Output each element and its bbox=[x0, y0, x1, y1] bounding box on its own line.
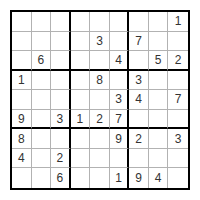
cell-r3c7[interactable] bbox=[129, 51, 149, 71]
cell-r7c7[interactable]: 2 bbox=[129, 129, 149, 149]
cell-r8c7[interactable] bbox=[129, 149, 149, 169]
cell-r3c3[interactable] bbox=[51, 51, 71, 71]
cell-r6c1[interactable]: 9 bbox=[12, 110, 32, 130]
given-digit: 4 bbox=[115, 54, 122, 66]
cell-r3c5[interactable] bbox=[90, 51, 110, 71]
cell-r6c4[interactable]: 1 bbox=[71, 110, 91, 130]
cell-r2c7[interactable]: 7 bbox=[129, 32, 149, 52]
cell-r8c5[interactable] bbox=[90, 149, 110, 169]
cell-r5c5[interactable] bbox=[90, 90, 110, 110]
cell-r4c2[interactable] bbox=[32, 71, 52, 91]
cell-r3c9[interactable]: 2 bbox=[168, 51, 188, 71]
cell-r7c2[interactable] bbox=[32, 129, 52, 149]
cell-r6c3[interactable]: 3 bbox=[51, 110, 71, 130]
cell-r5c9[interactable]: 7 bbox=[168, 90, 188, 110]
sudoku-board: © LiveSudoku.com 13764521833479312789234… bbox=[10, 10, 190, 190]
given-digit: 5 bbox=[155, 54, 162, 66]
given-digit: 4 bbox=[135, 93, 142, 105]
given-digit: 3 bbox=[135, 74, 142, 86]
given-digit: 3 bbox=[175, 133, 182, 145]
cell-r9c8[interactable]: 4 bbox=[149, 168, 169, 188]
given-digit: 7 bbox=[175, 93, 182, 105]
cell-r7c5[interactable] bbox=[90, 129, 110, 149]
cell-r2c1[interactable] bbox=[12, 32, 32, 52]
cell-r1c8[interactable] bbox=[149, 12, 169, 32]
cell-r5c4[interactable] bbox=[71, 90, 91, 110]
given-digit: 6 bbox=[37, 54, 44, 66]
cell-r4c6[interactable] bbox=[110, 71, 130, 91]
cell-r8c4[interactable] bbox=[71, 149, 91, 169]
cell-r2c8[interactable] bbox=[149, 32, 169, 52]
cell-r1c6[interactable] bbox=[110, 12, 130, 32]
given-digit: 4 bbox=[18, 152, 25, 164]
given-digit: 9 bbox=[115, 133, 122, 145]
cell-r1c5[interactable] bbox=[90, 12, 110, 32]
cell-r4c7[interactable]: 3 bbox=[129, 71, 149, 91]
given-digit: 2 bbox=[57, 152, 64, 164]
cell-r5c6[interactable]: 3 bbox=[110, 90, 130, 110]
cell-r9c3[interactable]: 6 bbox=[51, 168, 71, 188]
cell-r4c9[interactable] bbox=[168, 71, 188, 91]
cell-r1c4[interactable] bbox=[71, 12, 91, 32]
cell-r9c6[interactable]: 1 bbox=[110, 168, 130, 188]
given-digit: 1 bbox=[175, 15, 182, 27]
cell-r6c6[interactable]: 7 bbox=[110, 110, 130, 130]
cell-r4c1[interactable]: 1 bbox=[12, 71, 32, 91]
cell-r9c1[interactable] bbox=[12, 168, 32, 188]
cell-r3c4[interactable] bbox=[71, 51, 91, 71]
cell-r5c8[interactable] bbox=[149, 90, 169, 110]
given-digit: 3 bbox=[115, 93, 122, 105]
given-digit: 8 bbox=[96, 74, 103, 86]
given-digit: 7 bbox=[115, 113, 122, 125]
cell-r1c7[interactable] bbox=[129, 12, 149, 32]
cell-r5c1[interactable] bbox=[12, 90, 32, 110]
cell-r1c3[interactable] bbox=[51, 12, 71, 32]
given-digit: 2 bbox=[96, 113, 103, 125]
cell-r6c9[interactable] bbox=[168, 110, 188, 130]
cell-r1c2[interactable] bbox=[32, 12, 52, 32]
cell-r4c5[interactable]: 8 bbox=[90, 71, 110, 91]
given-digit: 1 bbox=[115, 172, 122, 184]
given-digit: 8 bbox=[18, 133, 25, 145]
cell-r1c9[interactable]: 1 bbox=[168, 12, 188, 32]
cell-r3c6[interactable]: 4 bbox=[110, 51, 130, 71]
given-digit: 9 bbox=[18, 113, 25, 125]
cell-r4c4[interactable] bbox=[71, 71, 91, 91]
cell-r2c3[interactable] bbox=[51, 32, 71, 52]
given-digit: 4 bbox=[155, 172, 162, 184]
given-digit: 7 bbox=[135, 35, 142, 47]
cell-r3c1[interactable] bbox=[12, 51, 32, 71]
cell-r7c3[interactable] bbox=[51, 129, 71, 149]
given-digit: 6 bbox=[57, 172, 64, 184]
cell-r3c2[interactable]: 6 bbox=[32, 51, 52, 71]
cell-r8c8[interactable] bbox=[149, 149, 169, 169]
cell-r2c5[interactable]: 3 bbox=[90, 32, 110, 52]
cell-r4c3[interactable] bbox=[51, 71, 71, 91]
cell-r6c5[interactable]: 2 bbox=[90, 110, 110, 130]
given-digit: 2 bbox=[175, 54, 182, 66]
given-digit: 9 bbox=[135, 172, 142, 184]
cell-r9c2[interactable] bbox=[32, 168, 52, 188]
cell-r2c6[interactable] bbox=[110, 32, 130, 52]
cell-r9c9[interactable] bbox=[168, 168, 188, 188]
cell-r7c8[interactable] bbox=[149, 129, 169, 149]
cell-r2c9[interactable] bbox=[168, 32, 188, 52]
cell-r6c8[interactable] bbox=[149, 110, 169, 130]
cell-r3c8[interactable]: 5 bbox=[149, 51, 169, 71]
cell-r8c9[interactable] bbox=[168, 149, 188, 169]
cell-r7c1[interactable]: 8 bbox=[12, 129, 32, 149]
cell-r8c6[interactable] bbox=[110, 149, 130, 169]
cell-r2c4[interactable] bbox=[71, 32, 91, 52]
cell-r2c2[interactable] bbox=[32, 32, 52, 52]
given-digit: 3 bbox=[96, 35, 103, 47]
given-digit: 1 bbox=[18, 74, 25, 86]
cell-r6c7[interactable] bbox=[129, 110, 149, 130]
cell-r5c3[interactable] bbox=[51, 90, 71, 110]
cell-r5c2[interactable] bbox=[32, 90, 52, 110]
cell-r8c3[interactable]: 2 bbox=[51, 149, 71, 169]
cell-r7c4[interactable] bbox=[71, 129, 91, 149]
given-digit: 1 bbox=[77, 113, 84, 125]
given-digit: 3 bbox=[57, 113, 64, 125]
cell-r1c1[interactable] bbox=[12, 12, 32, 32]
cell-r7c6[interactable]: 9 bbox=[110, 129, 130, 149]
cell-r4c8[interactable] bbox=[149, 71, 169, 91]
cell-r8c2[interactable] bbox=[32, 149, 52, 169]
cell-r9c7[interactable]: 9 bbox=[129, 168, 149, 188]
cell-r9c5[interactable] bbox=[90, 168, 110, 188]
cell-r9c4[interactable] bbox=[71, 168, 91, 188]
cell-r5c7[interactable]: 4 bbox=[129, 90, 149, 110]
cell-r6c2[interactable] bbox=[32, 110, 52, 130]
cell-r7c9[interactable]: 3 bbox=[168, 129, 188, 149]
cell-r8c1[interactable]: 4 bbox=[12, 149, 32, 169]
given-digit: 2 bbox=[135, 133, 142, 145]
